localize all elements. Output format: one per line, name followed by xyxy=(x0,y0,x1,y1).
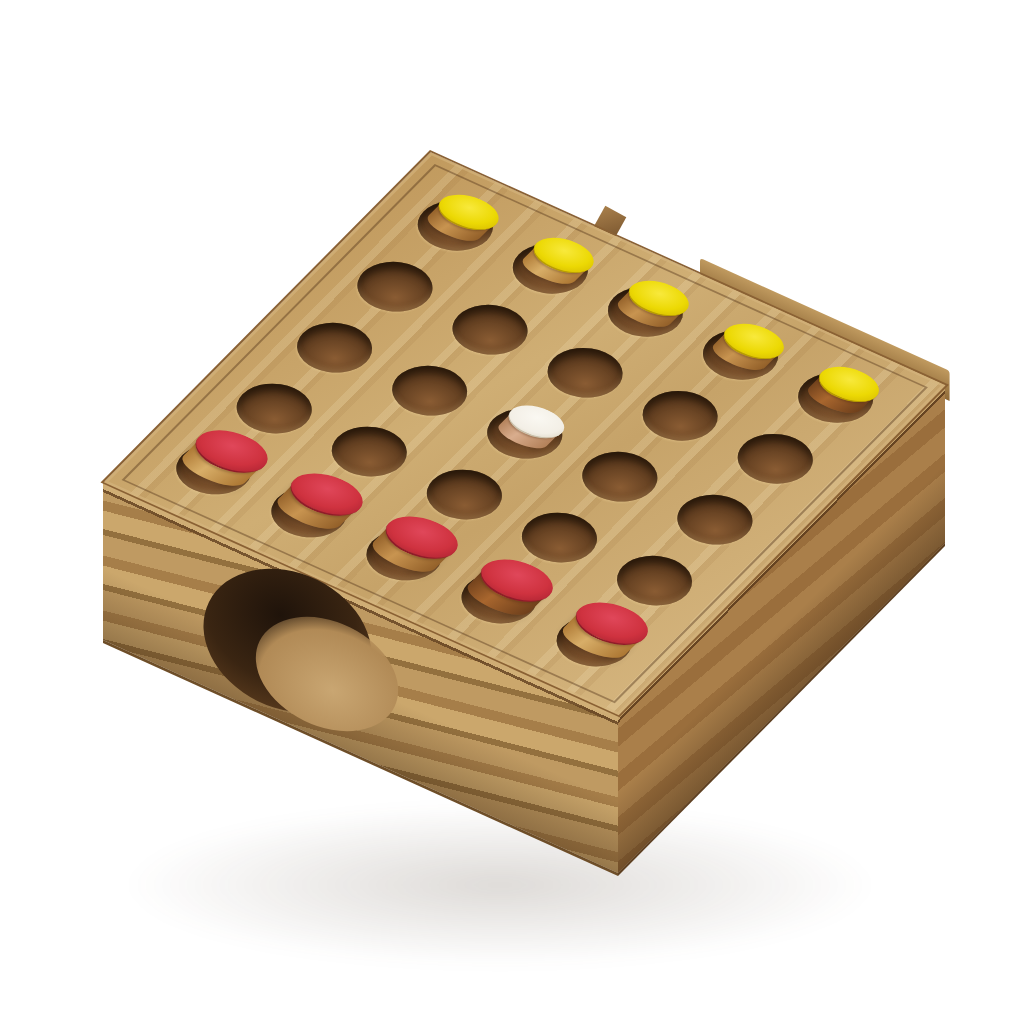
product-photo-scene xyxy=(0,0,1024,1024)
board-hole xyxy=(378,356,482,425)
board-hole xyxy=(663,485,767,554)
board-hole xyxy=(568,442,672,511)
board-hole xyxy=(533,338,637,407)
board-hole xyxy=(723,424,827,493)
board-hole xyxy=(343,252,447,321)
board-hole xyxy=(438,295,542,364)
board-hole xyxy=(628,381,732,450)
board-hole xyxy=(283,313,387,382)
drop-shadow xyxy=(110,800,890,970)
